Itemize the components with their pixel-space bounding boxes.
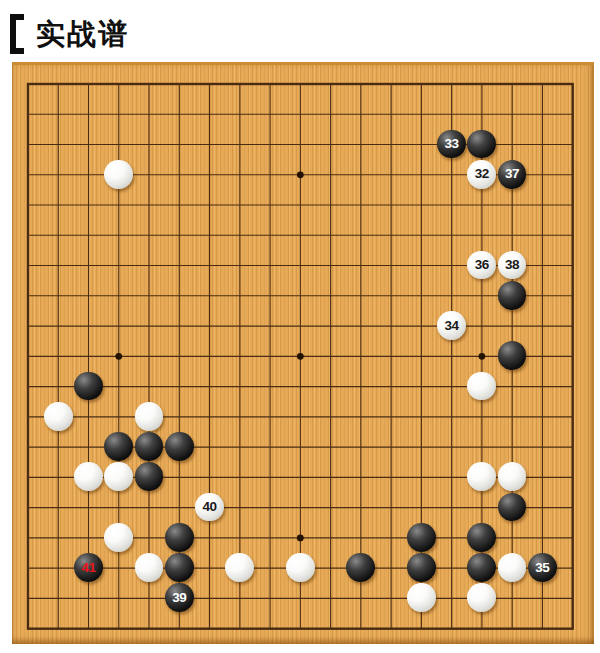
move-number-label: 32	[475, 167, 489, 181]
stone-black	[498, 281, 527, 310]
diagram-title: 实战谱	[36, 20, 129, 49]
stones-layer: 33323736383440413539	[13, 68, 588, 643]
stone-white-move-38: 38	[498, 251, 527, 280]
stone-white-move-36: 36	[467, 251, 496, 280]
move-number-label: 35	[535, 561, 549, 575]
move-number-label: 33	[444, 137, 458, 151]
stone-black-move-33: 33	[437, 130, 466, 159]
stone-white	[104, 462, 133, 491]
go-board: 33323736383440413539	[12, 62, 594, 644]
stone-black	[165, 523, 194, 552]
stone-white	[498, 553, 527, 582]
stone-white	[467, 462, 496, 491]
move-number-label: 39	[172, 591, 186, 605]
diagram-header: 实战谱	[10, 12, 129, 56]
stone-white	[225, 553, 254, 582]
stone-white	[135, 553, 164, 582]
move-number-label: 37	[505, 167, 519, 181]
page: 实战谱 33323736383440413539	[0, 0, 600, 653]
stone-black-move-35: 35	[528, 553, 557, 582]
title-bracket-icon	[10, 14, 24, 54]
stone-white	[498, 462, 527, 491]
stone-white	[74, 462, 103, 491]
stone-white	[407, 583, 436, 612]
stone-black	[135, 462, 164, 491]
stone-white	[104, 523, 133, 552]
stone-black	[346, 553, 375, 582]
stone-black	[467, 553, 496, 582]
stone-white	[104, 160, 133, 189]
move-number-label: 36	[475, 258, 489, 272]
stone-black	[104, 432, 133, 461]
stone-black-move-37: 37	[498, 160, 527, 189]
stone-black	[135, 432, 164, 461]
stone-white	[135, 402, 164, 431]
stone-black-move-41: 41	[74, 553, 103, 582]
move-number-label: 40	[202, 500, 216, 514]
stone-black	[74, 372, 103, 401]
stone-white	[44, 402, 73, 431]
stone-white-move-40: 40	[195, 493, 224, 522]
move-number-label: 34	[444, 319, 458, 333]
stone-black	[467, 523, 496, 552]
stone-white	[286, 553, 315, 582]
move-number-label: 41	[81, 561, 95, 575]
stone-black	[407, 553, 436, 582]
stone-black	[165, 432, 194, 461]
stone-black	[407, 523, 436, 552]
stone-black	[165, 553, 194, 582]
stone-black	[498, 341, 527, 370]
stone-black-move-39: 39	[165, 583, 194, 612]
stone-black	[467, 130, 496, 159]
stone-black	[498, 493, 527, 522]
move-number-label: 38	[505, 258, 519, 272]
stone-white	[467, 372, 496, 401]
stone-white-move-32: 32	[467, 160, 496, 189]
stone-white-move-34: 34	[437, 311, 466, 340]
stone-white	[467, 583, 496, 612]
